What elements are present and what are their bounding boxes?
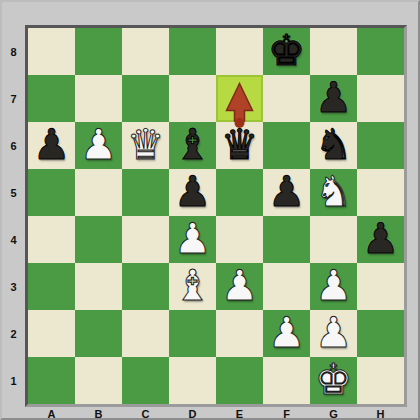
square-b2[interactable]	[75, 310, 122, 357]
square-h3[interactable]	[357, 263, 404, 310]
square-g8[interactable]	[310, 28, 357, 75]
square-e4[interactable]	[216, 216, 263, 263]
white-pawn: ♟	[268, 312, 306, 354]
rank-label-7: 7	[2, 75, 25, 122]
file-label-d: D	[169, 407, 216, 420]
rank-label-3: 3	[2, 263, 25, 310]
chess-board: ♚♟♟♟♛♝♛♞♟♟♞♟♟♝♟♟♟♟♚	[28, 28, 404, 404]
file-label-c: C	[122, 407, 169, 420]
square-e6[interactable]: ♛	[216, 122, 263, 169]
square-e5[interactable]	[216, 169, 263, 216]
square-h4[interactable]: ♟	[357, 216, 404, 263]
file-label-g: G	[310, 407, 357, 420]
square-d2[interactable]	[169, 310, 216, 357]
square-d1[interactable]	[169, 357, 216, 404]
board-frame: ♚♟♟♟♛♝♛♞♟♟♞♟♟♝♟♟♟♟♚	[25, 25, 407, 407]
square-h7[interactable]	[357, 75, 404, 122]
square-g3[interactable]: ♟	[310, 263, 357, 310]
square-a7[interactable]	[28, 75, 75, 122]
square-c4[interactable]	[122, 216, 169, 263]
white-pawn: ♟	[80, 124, 118, 166]
square-g5[interactable]: ♞	[310, 169, 357, 216]
rank-label-8: 8	[2, 28, 25, 75]
square-f1[interactable]	[263, 357, 310, 404]
white-king: ♚	[315, 359, 353, 401]
square-f6[interactable]	[263, 122, 310, 169]
file-label-a: A	[28, 407, 75, 420]
black-knight: ♞	[315, 124, 353, 166]
white-knight: ♞	[315, 171, 353, 213]
black-king: ♚	[268, 30, 306, 72]
rank-label-5: 5	[2, 169, 25, 216]
black-pawn: ♟	[174, 171, 212, 213]
black-pawn: ♟	[268, 171, 306, 213]
square-a3[interactable]	[28, 263, 75, 310]
black-pawn: ♟	[315, 77, 353, 119]
square-d7[interactable]	[169, 75, 216, 122]
square-h5[interactable]	[357, 169, 404, 216]
square-b8[interactable]	[75, 28, 122, 75]
square-d4[interactable]: ♟	[169, 216, 216, 263]
black-queen: ♛	[221, 124, 259, 166]
file-label-f: F	[263, 407, 310, 420]
chess-board-panel: 87654321 ♚♟♟♟♛♝♛♞♟♟♞♟♟♝♟♟♟♟♚ ABCDEFGH	[0, 0, 420, 420]
square-f7[interactable]	[263, 75, 310, 122]
square-e1[interactable]	[216, 357, 263, 404]
square-d3[interactable]: ♝	[169, 263, 216, 310]
square-c8[interactable]	[122, 28, 169, 75]
square-b7[interactable]	[75, 75, 122, 122]
square-h1[interactable]	[357, 357, 404, 404]
square-b6[interactable]: ♟	[75, 122, 122, 169]
square-f2[interactable]: ♟	[263, 310, 310, 357]
square-c1[interactable]	[122, 357, 169, 404]
square-h2[interactable]	[357, 310, 404, 357]
square-c7[interactable]	[122, 75, 169, 122]
square-h6[interactable]	[357, 122, 404, 169]
rank-labels: 87654321	[2, 28, 25, 404]
square-a2[interactable]	[28, 310, 75, 357]
file-label-e: E	[216, 407, 263, 420]
rank-label-2: 2	[2, 310, 25, 357]
square-f5[interactable]: ♟	[263, 169, 310, 216]
square-b1[interactable]	[75, 357, 122, 404]
white-pawn: ♟	[174, 218, 212, 260]
rank-label-4: 4	[2, 216, 25, 263]
white-queen: ♛	[127, 124, 165, 166]
square-g1[interactable]: ♚	[310, 357, 357, 404]
square-b5[interactable]	[75, 169, 122, 216]
white-pawn: ♟	[221, 265, 259, 307]
black-pawn: ♟	[33, 124, 71, 166]
square-d6[interactable]: ♝	[169, 122, 216, 169]
square-d5[interactable]: ♟	[169, 169, 216, 216]
square-g7[interactable]: ♟	[310, 75, 357, 122]
square-c5[interactable]	[122, 169, 169, 216]
square-f4[interactable]	[263, 216, 310, 263]
square-c2[interactable]	[122, 310, 169, 357]
file-label-h: H	[357, 407, 404, 420]
file-label-b: B	[75, 407, 122, 420]
square-f8[interactable]: ♚	[263, 28, 310, 75]
square-d8[interactable]	[169, 28, 216, 75]
square-e7[interactable]	[216, 75, 263, 122]
black-bishop: ♝	[174, 124, 212, 166]
square-g4[interactable]	[310, 216, 357, 263]
square-b3[interactable]	[75, 263, 122, 310]
square-a4[interactable]	[28, 216, 75, 263]
square-a5[interactable]	[28, 169, 75, 216]
file-labels: ABCDEFGH	[28, 407, 404, 420]
square-f3[interactable]	[263, 263, 310, 310]
square-c6[interactable]: ♛	[122, 122, 169, 169]
square-e2[interactable]	[216, 310, 263, 357]
square-a6[interactable]: ♟	[28, 122, 75, 169]
square-g2[interactable]: ♟	[310, 310, 357, 357]
rank-label-6: 6	[2, 122, 25, 169]
white-pawn: ♟	[315, 265, 353, 307]
square-e3[interactable]: ♟	[216, 263, 263, 310]
square-h8[interactable]	[357, 28, 404, 75]
square-g6[interactable]: ♞	[310, 122, 357, 169]
square-a8[interactable]	[28, 28, 75, 75]
square-e8[interactable]	[216, 28, 263, 75]
white-bishop: ♝	[174, 265, 212, 307]
square-b4[interactable]	[75, 216, 122, 263]
square-a1[interactable]	[28, 357, 75, 404]
black-pawn: ♟	[362, 218, 400, 260]
rank-label-1: 1	[2, 357, 25, 404]
white-pawn: ♟	[315, 312, 353, 354]
square-c3[interactable]	[122, 263, 169, 310]
